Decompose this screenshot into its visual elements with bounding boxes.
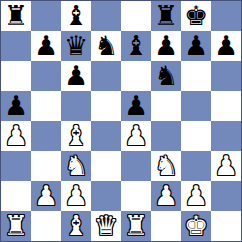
square-f4[interactable]	[151, 121, 181, 151]
square-c1[interactable]: ♝	[61, 211, 91, 241]
square-d8[interactable]	[91, 1, 121, 31]
square-b1[interactable]	[31, 211, 61, 241]
black-bishop[interactable]: ♝	[124, 32, 148, 59]
square-g1[interactable]: ♚	[181, 211, 211, 241]
white-pawn[interactable]: ♟	[34, 182, 58, 209]
white-pawn[interactable]: ♟	[154, 182, 178, 209]
square-a3[interactable]	[1, 151, 31, 181]
square-f7[interactable]: ♟	[151, 31, 181, 61]
square-a5[interactable]: ♟	[1, 91, 31, 121]
square-g4[interactable]	[181, 121, 211, 151]
white-pawn[interactable]: ♟	[4, 122, 28, 149]
square-e1[interactable]: ♜	[121, 211, 151, 241]
black-pawn[interactable]: ♟	[154, 32, 178, 59]
black-rook[interactable]: ♜	[154, 2, 178, 29]
black-pawn[interactable]: ♟	[124, 92, 148, 119]
square-f8[interactable]: ♜	[151, 1, 181, 31]
square-d6[interactable]	[91, 61, 121, 91]
white-rook[interactable]: ♜	[124, 212, 148, 239]
white-bishop[interactable]: ♝	[64, 212, 88, 239]
square-c5[interactable]	[61, 91, 91, 121]
square-g6[interactable]	[181, 61, 211, 91]
white-rook[interactable]: ♜	[4, 212, 28, 239]
square-c7[interactable]: ♛	[61, 31, 91, 61]
square-c6[interactable]: ♟	[61, 61, 91, 91]
black-pawn[interactable]: ♟	[184, 32, 208, 59]
square-h5[interactable]	[211, 91, 241, 121]
white-pawn[interactable]: ♟	[124, 122, 148, 149]
black-queen[interactable]: ♛	[64, 32, 88, 59]
black-bishop[interactable]: ♝	[64, 2, 88, 29]
square-c4[interactable]: ♝	[61, 121, 91, 151]
square-e3[interactable]	[121, 151, 151, 181]
square-a2[interactable]	[1, 181, 31, 211]
white-pawn[interactable]: ♟	[184, 182, 208, 209]
square-b3[interactable]	[31, 151, 61, 181]
square-b4[interactable]	[31, 121, 61, 151]
square-a1[interactable]: ♜	[1, 211, 31, 241]
square-a4[interactable]: ♟	[1, 121, 31, 151]
square-f1[interactable]	[151, 211, 181, 241]
black-rook[interactable]: ♜	[4, 2, 28, 29]
square-d2[interactable]	[91, 181, 121, 211]
square-h8[interactable]	[211, 1, 241, 31]
black-pawn[interactable]: ♟	[64, 62, 88, 89]
white-knight[interactable]: ♞	[154, 152, 178, 179]
square-h6[interactable]	[211, 61, 241, 91]
chess-board-wrapper: ♜♝♜♚♟♛♞♝♟♟♟♟♞♟♟♟♝♟♞♞♟♟♟♟♟♜♝♛♜♚	[0, 0, 242, 242]
square-a7[interactable]	[1, 31, 31, 61]
chess-board: ♜♝♜♚♟♛♞♝♟♟♟♟♞♟♟♟♝♟♞♞♟♟♟♟♟♜♝♛♜♚	[0, 0, 242, 242]
black-pawn[interactable]: ♟	[214, 32, 238, 59]
square-d3[interactable]	[91, 151, 121, 181]
square-e7[interactable]: ♝	[121, 31, 151, 61]
square-d5[interactable]	[91, 91, 121, 121]
black-knight[interactable]: ♞	[94, 32, 118, 59]
square-b8[interactable]	[31, 1, 61, 31]
white-bishop[interactable]: ♝	[64, 122, 88, 149]
square-e2[interactable]	[121, 181, 151, 211]
square-g2[interactable]: ♟	[181, 181, 211, 211]
square-b5[interactable]	[31, 91, 61, 121]
black-pawn[interactable]: ♟	[4, 92, 28, 119]
black-pawn[interactable]: ♟	[34, 32, 58, 59]
square-b6[interactable]	[31, 61, 61, 91]
square-c3[interactable]: ♞	[61, 151, 91, 181]
square-h2[interactable]	[211, 181, 241, 211]
square-h4[interactable]	[211, 121, 241, 151]
square-a6[interactable]	[1, 61, 31, 91]
square-c2[interactable]: ♟	[61, 181, 91, 211]
square-g3[interactable]	[181, 151, 211, 181]
square-e8[interactable]	[121, 1, 151, 31]
square-e6[interactable]	[121, 61, 151, 91]
square-e4[interactable]: ♟	[121, 121, 151, 151]
white-pawn[interactable]: ♟	[64, 182, 88, 209]
square-a8[interactable]: ♜	[1, 1, 31, 31]
square-e5[interactable]: ♟	[121, 91, 151, 121]
white-pawn[interactable]: ♟	[214, 152, 238, 179]
square-f2[interactable]: ♟	[151, 181, 181, 211]
square-f6[interactable]: ♞	[151, 61, 181, 91]
square-g7[interactable]: ♟	[181, 31, 211, 61]
white-knight[interactable]: ♞	[64, 152, 88, 179]
white-queen[interactable]: ♛	[94, 212, 118, 239]
square-d4[interactable]	[91, 121, 121, 151]
square-b2[interactable]: ♟	[31, 181, 61, 211]
black-knight[interactable]: ♞	[154, 62, 178, 89]
square-d7[interactable]: ♞	[91, 31, 121, 61]
square-h3[interactable]: ♟	[211, 151, 241, 181]
square-h7[interactable]: ♟	[211, 31, 241, 61]
square-f5[interactable]	[151, 91, 181, 121]
square-c8[interactable]: ♝	[61, 1, 91, 31]
white-king[interactable]: ♚	[184, 212, 208, 239]
square-d1[interactable]: ♛	[91, 211, 121, 241]
black-king[interactable]: ♚	[184, 2, 208, 29]
square-h1[interactable]	[211, 211, 241, 241]
square-b7[interactable]: ♟	[31, 31, 61, 61]
square-f3[interactable]: ♞	[151, 151, 181, 181]
square-g5[interactable]	[181, 91, 211, 121]
square-g8[interactable]: ♚	[181, 1, 211, 31]
